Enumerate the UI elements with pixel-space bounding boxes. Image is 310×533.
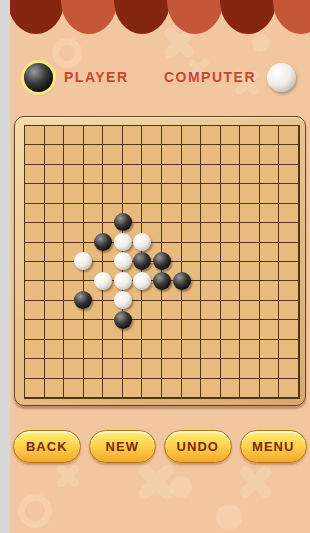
white-stone xyxy=(114,291,132,309)
board-intersection[interactable] xyxy=(74,330,94,350)
board-intersection[interactable] xyxy=(231,330,251,350)
board-intersection[interactable] xyxy=(113,233,133,253)
board-intersection[interactable] xyxy=(113,116,133,136)
white-stone xyxy=(114,252,132,270)
board-intersection[interactable] xyxy=(250,233,270,253)
board-intersection[interactable] xyxy=(113,213,133,233)
board-intersection[interactable] xyxy=(54,330,74,350)
board-intersection[interactable] xyxy=(15,194,35,214)
board-intersection[interactable] xyxy=(211,155,231,175)
board-intersection[interactable] xyxy=(231,252,251,272)
board-intersection[interactable] xyxy=(74,116,94,136)
board-intersection[interactable] xyxy=(211,311,231,331)
board-intersection[interactable] xyxy=(15,350,35,370)
board-intersection[interactable] xyxy=(250,369,270,389)
board-intersection[interactable] xyxy=(74,233,94,253)
board-intersection[interactable] xyxy=(191,291,211,311)
board-frame xyxy=(14,116,306,406)
player-label: PLAYER xyxy=(64,69,129,85)
board-intersection[interactable] xyxy=(289,311,309,331)
board-intersection[interactable] xyxy=(54,135,74,155)
black-stone xyxy=(114,311,132,329)
board-intersection[interactable] xyxy=(172,135,192,155)
board-intersection[interactable] xyxy=(34,350,54,370)
board-intersection[interactable] xyxy=(250,350,270,370)
board-intersection[interactable] xyxy=(113,194,133,214)
computer-side: COMPUTER xyxy=(164,63,296,92)
back-button[interactable]: BACK xyxy=(13,430,81,463)
board-intersection[interactable] xyxy=(93,194,113,214)
board-intersection[interactable] xyxy=(172,155,192,175)
board-intersection[interactable] xyxy=(132,135,152,155)
board-intersection[interactable] xyxy=(211,213,231,233)
board-intersection[interactable] xyxy=(191,272,211,292)
board-intersection[interactable] xyxy=(172,272,192,292)
board-intersection[interactable] xyxy=(191,350,211,370)
board-intersection[interactable] xyxy=(250,174,270,194)
black-stone xyxy=(153,272,171,290)
board-intersection[interactable] xyxy=(93,213,113,233)
player-black-stone-icon xyxy=(24,63,53,92)
board-intersection[interactable] xyxy=(289,369,309,389)
board-intersection[interactable] xyxy=(113,369,133,389)
board-intersection[interactable] xyxy=(15,252,35,272)
board-intersection[interactable] xyxy=(231,233,251,253)
board-intersection[interactable] xyxy=(34,330,54,350)
board-intersection[interactable] xyxy=(132,272,152,292)
board-intersection[interactable] xyxy=(289,350,309,370)
board-intersection[interactable] xyxy=(289,213,309,233)
white-stone xyxy=(133,233,151,251)
board-intersection[interactable] xyxy=(132,330,152,350)
board-intersection[interactable] xyxy=(191,389,211,409)
awning-scallop xyxy=(273,0,310,34)
board-intersection[interactable] xyxy=(74,194,94,214)
board-intersection[interactable] xyxy=(250,194,270,214)
board-intersection[interactable] xyxy=(289,174,309,194)
board-intersection[interactable] xyxy=(34,389,54,409)
bg-motif-dot xyxy=(252,34,270,52)
board-intersection[interactable] xyxy=(74,252,94,272)
board-intersection[interactable] xyxy=(74,350,94,370)
bg-motif-x xyxy=(134,460,178,504)
board-intersection[interactable] xyxy=(54,350,74,370)
board-intersection[interactable] xyxy=(250,272,270,292)
black-stone xyxy=(173,272,191,290)
black-stone xyxy=(74,291,92,309)
awning-scallop xyxy=(10,0,64,34)
board-intersection[interactable] xyxy=(34,116,54,136)
board-intersection[interactable] xyxy=(211,369,231,389)
board-intersection[interactable] xyxy=(113,252,133,272)
board-intersection[interactable] xyxy=(132,291,152,311)
board-intersection[interactable] xyxy=(93,155,113,175)
board-intersection[interactable] xyxy=(289,155,309,175)
board-intersection[interactable] xyxy=(132,350,152,370)
board-intersection[interactable] xyxy=(172,350,192,370)
board-intersection[interactable] xyxy=(15,155,35,175)
board-intersection[interactable] xyxy=(93,291,113,311)
board-intersection[interactable] xyxy=(270,155,290,175)
awning-scallop xyxy=(61,0,117,34)
bg-motif-x xyxy=(54,462,82,490)
button-bar: BACK NEW UNDO MENU xyxy=(13,430,307,463)
board-intersection[interactable] xyxy=(152,369,172,389)
board-intersection[interactable] xyxy=(289,233,309,253)
board-intersection[interactable] xyxy=(172,174,192,194)
board-intersection[interactable] xyxy=(15,311,35,331)
board-intersection[interactable] xyxy=(289,291,309,311)
stones-grid xyxy=(15,116,309,409)
board-intersection[interactable] xyxy=(191,174,211,194)
board-intersection[interactable] xyxy=(74,291,94,311)
board-intersection[interactable] xyxy=(93,252,113,272)
computer-white-stone-icon xyxy=(267,63,296,92)
board-intersection[interactable] xyxy=(191,369,211,389)
board-intersection[interactable] xyxy=(289,194,309,214)
board-intersection[interactable] xyxy=(270,252,290,272)
black-stone xyxy=(114,213,132,231)
board-intersection[interactable] xyxy=(172,213,192,233)
board-intersection[interactable] xyxy=(152,174,172,194)
board-intersection[interactable] xyxy=(191,213,211,233)
board-intersection[interactable] xyxy=(34,369,54,389)
board-intersection[interactable] xyxy=(93,174,113,194)
board-intersection[interactable] xyxy=(231,389,251,409)
board-intersection[interactable] xyxy=(211,389,231,409)
board-intersection[interactable] xyxy=(93,389,113,409)
board-intersection[interactable] xyxy=(54,252,74,272)
awning-scallop xyxy=(220,0,276,34)
board-intersection[interactable] xyxy=(54,116,74,136)
board-intersection[interactable] xyxy=(93,272,113,292)
board-intersection[interactable] xyxy=(113,311,133,331)
board-intersection[interactable] xyxy=(113,272,133,292)
board-intersection[interactable] xyxy=(74,155,94,175)
new-button[interactable]: NEW xyxy=(89,430,157,463)
board-intersection[interactable] xyxy=(54,194,74,214)
board-intersection[interactable] xyxy=(231,135,251,155)
board-intersection[interactable] xyxy=(132,311,152,331)
gomoku-app-screen: PLAYER COMPUTER BACK NEW UNDO MENU xyxy=(10,0,310,533)
board-intersection[interactable] xyxy=(54,369,74,389)
bg-motif-x xyxy=(236,462,276,502)
board-intersection[interactable] xyxy=(34,291,54,311)
board-intersection[interactable] xyxy=(270,291,290,311)
board-intersection[interactable] xyxy=(152,272,172,292)
board-intersection[interactable] xyxy=(270,116,290,136)
board-intersection[interactable] xyxy=(34,135,54,155)
board-intersection[interactable] xyxy=(74,369,94,389)
board-intersection[interactable] xyxy=(54,233,74,253)
board-intersection[interactable] xyxy=(211,116,231,136)
board-intersection[interactable] xyxy=(54,389,74,409)
board-intersection[interactable] xyxy=(34,252,54,272)
board-intersection[interactable] xyxy=(54,155,74,175)
board-intersection[interactable] xyxy=(289,272,309,292)
board-intersection[interactable] xyxy=(211,252,231,272)
awning xyxy=(10,0,310,36)
board-intersection[interactable] xyxy=(15,116,35,136)
board-intersection[interactable] xyxy=(172,116,192,136)
board-intersection[interactable] xyxy=(34,272,54,292)
board-intersection[interactable] xyxy=(270,330,290,350)
bg-motif-dot xyxy=(216,504,242,530)
board-intersection[interactable] xyxy=(172,389,192,409)
board-intersection[interactable] xyxy=(231,194,251,214)
board-intersection[interactable] xyxy=(93,233,113,253)
board-intersection[interactable] xyxy=(34,194,54,214)
board-intersection[interactable] xyxy=(152,155,172,175)
board-intersection[interactable] xyxy=(132,369,152,389)
board-intersection[interactable] xyxy=(152,233,172,253)
computer-label: COMPUTER xyxy=(164,69,256,85)
menu-button[interactable]: MENU xyxy=(240,430,308,463)
board-intersection[interactable] xyxy=(54,291,74,311)
board-intersection[interactable] xyxy=(132,213,152,233)
board-intersection[interactable] xyxy=(289,116,309,136)
white-stone xyxy=(74,252,92,270)
bg-motif-dot xyxy=(170,476,192,498)
board-intersection[interactable] xyxy=(74,135,94,155)
board-intersection[interactable] xyxy=(270,194,290,214)
awning-scallop xyxy=(167,0,223,34)
board-intersection[interactable] xyxy=(289,135,309,155)
board-intersection[interactable] xyxy=(231,350,251,370)
board-intersection[interactable] xyxy=(289,252,309,272)
board-intersection[interactable] xyxy=(34,213,54,233)
awning-scallop xyxy=(114,0,170,34)
board-intersection[interactable] xyxy=(172,252,192,272)
board-intersection[interactable] xyxy=(270,311,290,331)
board-intersection[interactable] xyxy=(15,233,35,253)
board-intersection[interactable] xyxy=(231,311,251,331)
board-intersection[interactable] xyxy=(172,194,192,214)
board-intersection[interactable] xyxy=(270,174,290,194)
board-intersection[interactable] xyxy=(152,291,172,311)
board-intersection[interactable] xyxy=(211,330,231,350)
board-intersection[interactable] xyxy=(15,272,35,292)
board-intersection[interactable] xyxy=(231,174,251,194)
board-intersection[interactable] xyxy=(191,116,211,136)
board-intersection[interactable] xyxy=(15,213,35,233)
board-intersection[interactable] xyxy=(34,155,54,175)
board-intersection[interactable] xyxy=(132,194,152,214)
board-intersection[interactable] xyxy=(250,116,270,136)
board-intersection[interactable] xyxy=(152,213,172,233)
board-intersection[interactable] xyxy=(113,135,133,155)
board-intersection[interactable] xyxy=(231,369,251,389)
board-intersection[interactable] xyxy=(270,389,290,409)
board-intersection[interactable] xyxy=(250,291,270,311)
board-intersection[interactable] xyxy=(132,174,152,194)
board-intersection[interactable] xyxy=(93,330,113,350)
board-intersection[interactable] xyxy=(250,252,270,272)
board-intersection[interactable] xyxy=(250,155,270,175)
board-intersection[interactable] xyxy=(93,116,113,136)
board-intersection[interactable] xyxy=(211,194,231,214)
board-intersection[interactable] xyxy=(34,174,54,194)
board-intersection[interactable] xyxy=(191,233,211,253)
board-intersection[interactable] xyxy=(132,116,152,136)
board-intersection[interactable] xyxy=(93,369,113,389)
black-stone xyxy=(94,233,112,251)
board-intersection[interactable] xyxy=(34,233,54,253)
board-intersection[interactable] xyxy=(113,350,133,370)
board-intersection[interactable] xyxy=(152,311,172,331)
board-intersection[interactable] xyxy=(191,155,211,175)
board-intersection[interactable] xyxy=(152,194,172,214)
board-intersection[interactable] xyxy=(191,135,211,155)
board-intersection[interactable] xyxy=(172,330,192,350)
board-intersection[interactable] xyxy=(172,369,192,389)
board-intersection[interactable] xyxy=(250,330,270,350)
board-intersection[interactable] xyxy=(113,330,133,350)
black-stone xyxy=(133,252,151,270)
board-intersection[interactable] xyxy=(132,389,152,409)
board-intersection[interactable] xyxy=(250,389,270,409)
board-intersection[interactable] xyxy=(270,369,290,389)
board-intersection[interactable] xyxy=(270,135,290,155)
board-intersection[interactable] xyxy=(152,350,172,370)
board-intersection[interactable] xyxy=(34,311,54,331)
board-intersection[interactable] xyxy=(270,213,290,233)
white-stone xyxy=(114,233,132,251)
board-intersection[interactable] xyxy=(132,155,152,175)
board-intersection[interactable] xyxy=(211,350,231,370)
board-intersection[interactable] xyxy=(152,252,172,272)
player-side: PLAYER xyxy=(24,63,129,92)
board-intersection[interactable] xyxy=(172,233,192,253)
board-intersection[interactable] xyxy=(15,135,35,155)
board-intersection[interactable] xyxy=(191,330,211,350)
board-intersection[interactable] xyxy=(191,194,211,214)
board-intersection[interactable] xyxy=(15,174,35,194)
undo-button[interactable]: UNDO xyxy=(164,430,232,463)
board-intersection[interactable] xyxy=(250,135,270,155)
board-intersection[interactable] xyxy=(211,291,231,311)
board-intersection[interactable] xyxy=(250,311,270,331)
board-intersection[interactable] xyxy=(270,272,290,292)
board-intersection[interactable] xyxy=(74,213,94,233)
board-intersection[interactable] xyxy=(54,311,74,331)
board-intersection[interactable] xyxy=(93,311,113,331)
board-intersection[interactable] xyxy=(113,389,133,409)
board-intersection[interactable] xyxy=(74,272,94,292)
board-intersection[interactable] xyxy=(231,291,251,311)
board-intersection[interactable] xyxy=(152,135,172,155)
board-intersection[interactable] xyxy=(270,233,290,253)
board-intersection[interactable] xyxy=(74,174,94,194)
white-stone xyxy=(133,272,151,290)
board-intersection[interactable] xyxy=(15,369,35,389)
players-header: PLAYER COMPUTER xyxy=(24,60,296,94)
board-intersection[interactable] xyxy=(231,272,251,292)
board-intersection[interactable] xyxy=(15,291,35,311)
board-intersection[interactable] xyxy=(54,272,74,292)
board-intersection[interactable] xyxy=(113,155,133,175)
board-intersection[interactable] xyxy=(93,135,113,155)
board-intersection[interactable] xyxy=(211,135,231,155)
board-intersection[interactable] xyxy=(54,213,74,233)
black-stone xyxy=(153,252,171,270)
board-intersection[interactable] xyxy=(211,272,231,292)
board-intersection[interactable] xyxy=(113,291,133,311)
board-intersection[interactable] xyxy=(132,252,152,272)
board-intersection[interactable] xyxy=(289,389,309,409)
board-intersection[interactable] xyxy=(211,174,231,194)
board-intersection[interactable] xyxy=(289,330,309,350)
board-intersection[interactable] xyxy=(152,330,172,350)
board-intersection[interactable] xyxy=(231,155,251,175)
board-intersection[interactable] xyxy=(191,311,211,331)
board-intersection[interactable] xyxy=(172,311,192,331)
board-intersection[interactable] xyxy=(231,213,251,233)
white-stone xyxy=(114,272,132,290)
board-intersection[interactable] xyxy=(250,213,270,233)
board-intersection[interactable] xyxy=(152,116,172,136)
board-intersection[interactable] xyxy=(93,350,113,370)
board-intersection[interactable] xyxy=(54,174,74,194)
board-intersection[interactable] xyxy=(191,252,211,272)
board-intersection[interactable] xyxy=(74,311,94,331)
bg-motif-ring xyxy=(18,494,52,528)
board-intersection[interactable] xyxy=(152,389,172,409)
board-intersection[interactable] xyxy=(231,116,251,136)
board-intersection[interactable] xyxy=(15,330,35,350)
board-intersection[interactable] xyxy=(15,389,35,409)
white-stone xyxy=(94,272,112,290)
board-intersection[interactable] xyxy=(113,174,133,194)
board-intersection[interactable] xyxy=(132,233,152,253)
board-intersection[interactable] xyxy=(74,389,94,409)
board-intersection[interactable] xyxy=(270,350,290,370)
board-intersection[interactable] xyxy=(211,233,231,253)
board-intersection[interactable] xyxy=(172,291,192,311)
